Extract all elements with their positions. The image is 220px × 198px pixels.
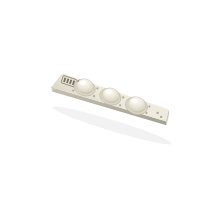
mounting-hole <box>72 90 74 92</box>
mounting-hole <box>93 95 95 97</box>
mounting-hole <box>148 105 150 107</box>
mounting-hole <box>77 80 79 82</box>
product-photo <box>0 0 220 198</box>
mounting-hole <box>146 112 148 114</box>
mounting-hole <box>160 116 162 118</box>
mounting-hole <box>156 112 158 114</box>
mounting-hole <box>96 87 98 89</box>
mounting-hole <box>119 104 121 106</box>
mounting-hole <box>122 96 124 98</box>
led-module-illustration <box>0 0 220 198</box>
